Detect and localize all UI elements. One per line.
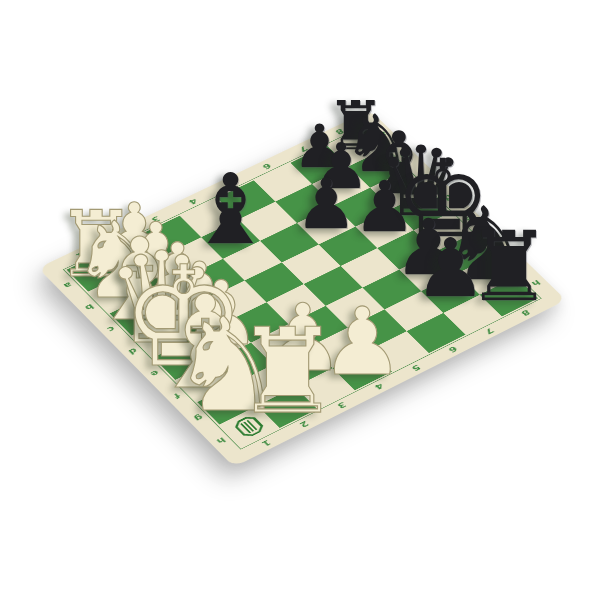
file-label: b: [399, 151, 411, 159]
file-label: b: [83, 303, 95, 312]
rank-label: 6: [447, 345, 459, 354]
file-label: e: [464, 215, 476, 223]
file-label: e: [149, 369, 161, 378]
file-label: a: [377, 130, 388, 138]
file-label: f: [487, 236, 496, 243]
file-label: g: [193, 414, 205, 423]
rank-label: 5: [410, 363, 422, 372]
file-label: a: [62, 281, 74, 290]
chess-mat: aabbccddeeffgghh1122334455667788: [38, 110, 566, 467]
file-label: d: [127, 347, 139, 356]
rank-label: 7: [483, 327, 495, 336]
file-label: h: [215, 436, 227, 445]
mat-shadow-wrapper: aabbccddeeffgghh1122334455667788: [0, 0, 600, 600]
rank-label: 1: [260, 439, 272, 448]
file-label: c: [421, 172, 432, 180]
rank-label: 3: [336, 401, 348, 410]
file-label: f: [172, 392, 182, 400]
rank-label: 4: [373, 382, 385, 391]
file-label: h: [530, 279, 542, 288]
chess-photo-scene: aabbccddeeffgghh1122334455667788 ♜♟♞♟♝♛♟…: [0, 0, 600, 600]
file-label: d: [442, 193, 454, 201]
rank-label: 8: [520, 308, 532, 317]
rank-label: 2: [298, 420, 310, 429]
file-label: c: [106, 325, 117, 333]
file-label: g: [508, 257, 520, 266]
